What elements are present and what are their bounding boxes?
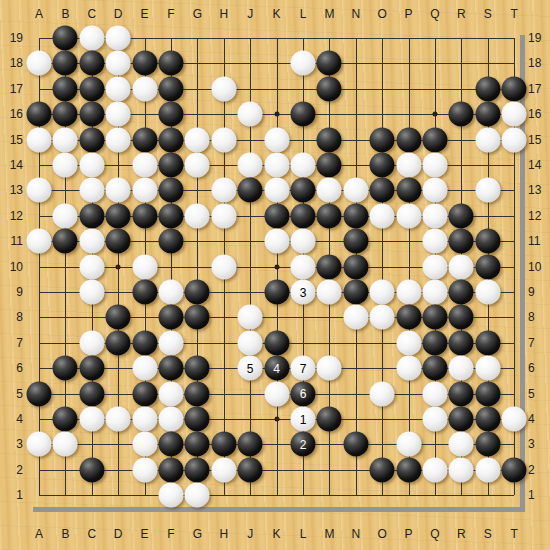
row-label-right-15: 15 <box>528 133 550 147</box>
col-label-top-F: F <box>159 7 183 21</box>
white-stone-O9[interactable] <box>370 280 395 305</box>
white-stone-C11[interactable] <box>79 229 104 254</box>
black-stone-G8[interactable] <box>185 305 210 330</box>
black-stone-L3[interactable]: 2 <box>291 432 316 457</box>
black-stone-B19[interactable] <box>53 26 78 51</box>
go-app-screen: 3547612 AABBCCDDEEFFGGHHJJKKLLMMNNOOPPQQ… <box>0 0 550 550</box>
white-stone-H10[interactable] <box>211 254 236 279</box>
col-label-bottom-H: H <box>212 527 236 541</box>
white-stone-T16[interactable] <box>502 102 527 127</box>
row-label-left-13: 13 <box>0 183 23 197</box>
black-stone-F13[interactable] <box>159 178 184 203</box>
black-stone-M14[interactable] <box>317 153 342 178</box>
white-stone-E17[interactable] <box>132 76 157 101</box>
black-stone-R9[interactable] <box>449 280 474 305</box>
white-stone-R6[interactable] <box>449 356 474 381</box>
white-stone-F9[interactable] <box>159 280 184 305</box>
white-stone-Q13[interactable] <box>423 178 448 203</box>
black-stone-F18[interactable] <box>159 51 184 76</box>
black-stone-G6[interactable] <box>185 356 210 381</box>
black-stone-N9[interactable] <box>343 280 368 305</box>
black-stone-C12[interactable] <box>79 203 104 228</box>
row-label-right-17: 17 <box>528 82 550 96</box>
col-label-bottom-E: E <box>133 527 157 541</box>
black-stone-N11[interactable] <box>343 229 368 254</box>
white-stone-H13[interactable] <box>211 178 236 203</box>
white-stone-B12[interactable] <box>53 203 78 228</box>
black-stone-B4[interactable] <box>53 407 78 432</box>
black-stone-T17[interactable] <box>502 76 527 101</box>
grid-line-vertical <box>409 38 410 495</box>
grid-line-vertical <box>382 38 383 495</box>
star-point-Q16 <box>433 112 438 117</box>
col-label-bottom-R: R <box>449 527 473 541</box>
white-stone-S9[interactable] <box>475 280 500 305</box>
black-stone-C5[interactable] <box>79 381 104 406</box>
black-stone-O2[interactable] <box>370 457 395 482</box>
black-stone-D7[interactable] <box>106 330 131 355</box>
black-stone-M15[interactable] <box>317 127 342 152</box>
row-label-left-16: 16 <box>0 107 23 121</box>
star-point-K4 <box>274 417 279 422</box>
row-label-right-7: 7 <box>528 336 550 350</box>
black-stone-L16[interactable] <box>291 102 316 127</box>
col-label-bottom-D: D <box>106 527 130 541</box>
black-stone-F8[interactable] <box>159 305 184 330</box>
black-stone-P15[interactable] <box>396 127 421 152</box>
black-stone-A16[interactable] <box>27 102 52 127</box>
black-stone-E18[interactable] <box>132 51 157 76</box>
black-stone-B16[interactable] <box>53 102 78 127</box>
black-stone-R5[interactable] <box>449 381 474 406</box>
black-stone-M12[interactable] <box>317 203 342 228</box>
row-label-left-14: 14 <box>0 158 23 172</box>
white-stone-S6[interactable] <box>475 356 500 381</box>
white-stone-J14[interactable] <box>238 153 263 178</box>
col-label-bottom-L: L <box>291 527 315 541</box>
col-label-bottom-M: M <box>317 527 341 541</box>
white-stone-L14[interactable] <box>291 153 316 178</box>
black-stone-S16[interactable] <box>475 102 500 127</box>
black-stone-F12[interactable] <box>159 203 184 228</box>
row-label-left-8: 8 <box>0 310 23 324</box>
row-label-left-9: 9 <box>0 285 23 299</box>
row-label-right-6: 6 <box>528 361 550 375</box>
white-stone-Q11[interactable] <box>423 229 448 254</box>
col-label-top-J: J <box>238 7 262 21</box>
white-stone-C10[interactable] <box>79 254 104 279</box>
col-label-bottom-O: O <box>370 527 394 541</box>
black-stone-F6[interactable] <box>159 356 184 381</box>
black-stone-O14[interactable] <box>370 153 395 178</box>
white-stone-O5[interactable] <box>370 381 395 406</box>
white-stone-T4[interactable] <box>502 407 527 432</box>
white-stone-O12[interactable] <box>370 203 395 228</box>
white-stone-R10[interactable] <box>449 254 474 279</box>
row-label-left-2: 2 <box>0 463 23 477</box>
move-number-label: 4 <box>273 362 280 374</box>
black-stone-G3[interactable] <box>185 432 210 457</box>
row-label-right-3: 3 <box>528 437 550 451</box>
col-label-top-Q: Q <box>423 7 447 21</box>
black-stone-D8[interactable] <box>106 305 131 330</box>
white-stone-D18[interactable] <box>106 51 131 76</box>
white-stone-T15[interactable] <box>502 127 527 152</box>
col-label-top-P: P <box>397 7 421 21</box>
black-stone-F14[interactable] <box>159 153 184 178</box>
white-stone-D13[interactable] <box>106 178 131 203</box>
white-stone-M6[interactable] <box>317 356 342 381</box>
white-stone-A18[interactable] <box>27 51 52 76</box>
white-stone-J7[interactable] <box>238 330 263 355</box>
move-number-label: 5 <box>247 362 254 374</box>
row-label-right-4: 4 <box>528 412 550 426</box>
white-stone-Q14[interactable] <box>423 153 448 178</box>
white-stone-S15[interactable] <box>475 127 500 152</box>
row-label-right-9: 9 <box>528 285 550 299</box>
black-stone-J13[interactable] <box>238 178 263 203</box>
black-stone-K6[interactable]: 4 <box>264 356 289 381</box>
black-stone-O13[interactable] <box>370 178 395 203</box>
black-stone-B18[interactable] <box>53 51 78 76</box>
white-stone-Q12[interactable] <box>423 203 448 228</box>
white-stone-D4[interactable] <box>106 407 131 432</box>
black-stone-C15[interactable] <box>79 127 104 152</box>
white-stone-E3[interactable] <box>132 432 157 457</box>
black-stone-R8[interactable] <box>449 305 474 330</box>
white-stone-K15[interactable] <box>264 127 289 152</box>
row-label-right-19: 19 <box>528 31 550 45</box>
black-stone-B17[interactable] <box>53 76 78 101</box>
white-stone-H15[interactable] <box>211 127 236 152</box>
row-label-left-7: 7 <box>0 336 23 350</box>
white-stone-O8[interactable] <box>370 305 395 330</box>
white-stone-K5[interactable] <box>264 381 289 406</box>
white-stone-E2[interactable] <box>132 457 157 482</box>
white-stone-G15[interactable] <box>185 127 210 152</box>
black-stone-C2[interactable] <box>79 457 104 482</box>
black-stone-S17[interactable] <box>475 76 500 101</box>
row-label-right-11: 11 <box>528 234 550 248</box>
white-stone-G1[interactable] <box>185 483 210 508</box>
black-stone-P13[interactable] <box>396 178 421 203</box>
row-label-left-11: 11 <box>0 234 23 248</box>
black-stone-D12[interactable] <box>106 203 131 228</box>
white-stone-M9[interactable] <box>317 280 342 305</box>
white-stone-P9[interactable] <box>396 280 421 305</box>
black-stone-J2[interactable] <box>238 457 263 482</box>
move-number-label: 1 <box>300 413 307 425</box>
black-stone-K9[interactable] <box>264 280 289 305</box>
black-stone-A5[interactable] <box>27 381 52 406</box>
grid-line-horizontal <box>39 495 514 496</box>
white-stone-P14[interactable] <box>396 153 421 178</box>
white-stone-C4[interactable] <box>79 407 104 432</box>
black-stone-E12[interactable] <box>132 203 157 228</box>
col-label-top-M: M <box>317 7 341 21</box>
col-label-top-E: E <box>133 7 157 21</box>
white-stone-P7[interactable] <box>396 330 421 355</box>
white-stone-J8[interactable] <box>238 305 263 330</box>
row-label-left-18: 18 <box>0 56 23 70</box>
white-stone-A13[interactable] <box>27 178 52 203</box>
col-label-bottom-P: P <box>397 527 421 541</box>
white-stone-N8[interactable] <box>343 305 368 330</box>
white-stone-Q5[interactable] <box>423 381 448 406</box>
white-stone-A3[interactable] <box>27 432 52 457</box>
col-label-top-O: O <box>370 7 394 21</box>
white-stone-F4[interactable] <box>159 407 184 432</box>
col-label-top-L: L <box>291 7 315 21</box>
white-stone-P6[interactable] <box>396 356 421 381</box>
black-stone-R12[interactable] <box>449 203 474 228</box>
row-label-left-12: 12 <box>0 209 23 223</box>
white-stone-B3[interactable] <box>53 432 78 457</box>
star-point-D10 <box>116 264 121 269</box>
row-label-right-18: 18 <box>528 56 550 70</box>
black-stone-F2[interactable] <box>159 457 184 482</box>
black-stone-C17[interactable] <box>79 76 104 101</box>
col-label-top-N: N <box>344 7 368 21</box>
black-stone-E15[interactable] <box>132 127 157 152</box>
col-label-bottom-Q: Q <box>423 527 447 541</box>
black-stone-K7[interactable] <box>264 330 289 355</box>
white-stone-H17[interactable] <box>211 76 236 101</box>
col-label-bottom-J: J <box>238 527 262 541</box>
row-label-left-10: 10 <box>0 260 23 274</box>
black-stone-T2[interactable] <box>502 457 527 482</box>
white-stone-E6[interactable] <box>132 356 157 381</box>
white-stone-C7[interactable] <box>79 330 104 355</box>
black-stone-M10[interactable] <box>317 254 342 279</box>
white-stone-D16[interactable] <box>106 102 131 127</box>
black-stone-G4[interactable] <box>185 407 210 432</box>
black-stone-L5[interactable]: 6 <box>291 381 316 406</box>
black-stone-Q6[interactable] <box>423 356 448 381</box>
black-stone-R7[interactable] <box>449 330 474 355</box>
white-stone-E10[interactable] <box>132 254 157 279</box>
black-stone-S10[interactable] <box>475 254 500 279</box>
white-stone-Q4[interactable] <box>423 407 448 432</box>
white-stone-P12[interactable] <box>396 203 421 228</box>
col-label-top-D: D <box>106 7 130 21</box>
black-stone-F11[interactable] <box>159 229 184 254</box>
white-stone-L18[interactable] <box>291 51 316 76</box>
black-stone-H3[interactable] <box>211 432 236 457</box>
col-label-bottom-S: S <box>476 527 500 541</box>
col-label-bottom-B: B <box>53 527 77 541</box>
col-label-top-T: T <box>502 7 526 21</box>
row-label-right-14: 14 <box>528 158 550 172</box>
row-label-right-12: 12 <box>528 209 550 223</box>
white-stone-L9[interactable]: 3 <box>291 280 316 305</box>
white-stone-N13[interactable] <box>343 178 368 203</box>
white-stone-K14[interactable] <box>264 153 289 178</box>
move-number-label: 3 <box>300 286 307 298</box>
black-stone-N10[interactable] <box>343 254 368 279</box>
white-stone-A15[interactable] <box>27 127 52 152</box>
col-label-top-S: S <box>476 7 500 21</box>
white-stone-F5[interactable] <box>159 381 184 406</box>
black-stone-P8[interactable] <box>396 305 421 330</box>
black-stone-M4[interactable] <box>317 407 342 432</box>
row-label-left-6: 6 <box>0 361 23 375</box>
black-stone-D11[interactable] <box>106 229 131 254</box>
row-label-left-19: 19 <box>0 31 23 45</box>
row-label-left-1: 1 <box>0 488 23 502</box>
row-label-left-15: 15 <box>0 133 23 147</box>
white-stone-C13[interactable] <box>79 178 104 203</box>
black-stone-M17[interactable] <box>317 76 342 101</box>
black-stone-S3[interactable] <box>475 432 500 457</box>
white-stone-G14[interactable] <box>185 153 210 178</box>
col-label-bottom-A: A <box>27 527 51 541</box>
col-label-bottom-T: T <box>502 527 526 541</box>
black-stone-S11[interactable] <box>475 229 500 254</box>
white-stone-M13[interactable] <box>317 178 342 203</box>
black-stone-S4[interactable] <box>475 407 500 432</box>
black-stone-N12[interactable] <box>343 203 368 228</box>
black-stone-L12[interactable] <box>291 203 316 228</box>
move-number-label: 6 <box>300 388 307 400</box>
white-stone-S13[interactable] <box>475 178 500 203</box>
white-stone-D19[interactable] <box>106 26 131 51</box>
black-stone-E5[interactable] <box>132 381 157 406</box>
black-stone-G5[interactable] <box>185 381 210 406</box>
col-label-bottom-K: K <box>265 527 289 541</box>
black-stone-F15[interactable] <box>159 127 184 152</box>
star-point-K10 <box>274 264 279 269</box>
white-stone-Q9[interactable] <box>423 280 448 305</box>
black-stone-F16[interactable] <box>159 102 184 127</box>
white-stone-D17[interactable] <box>106 76 131 101</box>
black-stone-O15[interactable] <box>370 127 395 152</box>
black-stone-G2[interactable] <box>185 457 210 482</box>
black-stone-F3[interactable] <box>159 432 184 457</box>
row-label-right-10: 10 <box>528 260 550 274</box>
row-label-right-16: 16 <box>528 107 550 121</box>
black-stone-R4[interactable] <box>449 407 474 432</box>
white-stone-E13[interactable] <box>132 178 157 203</box>
star-point-K16 <box>274 112 279 117</box>
black-stone-C18[interactable] <box>79 51 104 76</box>
col-label-bottom-C: C <box>80 527 104 541</box>
black-stone-P2[interactable] <box>396 457 421 482</box>
black-stone-J3[interactable] <box>238 432 263 457</box>
black-stone-F17[interactable] <box>159 76 184 101</box>
white-stone-H12[interactable] <box>211 203 236 228</box>
col-label-bottom-N: N <box>344 527 368 541</box>
black-stone-L13[interactable] <box>291 178 316 203</box>
black-stone-Q8[interactable] <box>423 305 448 330</box>
white-stone-L10[interactable] <box>291 254 316 279</box>
black-stone-E9[interactable] <box>132 280 157 305</box>
row-label-right-8: 8 <box>528 310 550 324</box>
row-label-right-5: 5 <box>528 387 550 401</box>
white-stone-J6[interactable]: 5 <box>238 356 263 381</box>
col-label-top-K: K <box>265 7 289 21</box>
black-stone-Q7[interactable] <box>423 330 448 355</box>
white-stone-F7[interactable] <box>159 330 184 355</box>
row-label-right-2: 2 <box>528 463 550 477</box>
white-stone-L11[interactable] <box>291 229 316 254</box>
row-label-left-17: 17 <box>0 82 23 96</box>
white-stone-R2[interactable] <box>449 457 474 482</box>
grid-line-horizontal <box>39 444 514 445</box>
col-label-top-C: C <box>80 7 104 21</box>
white-stone-K13[interactable] <box>264 178 289 203</box>
white-stone-J16[interactable] <box>238 102 263 127</box>
col-label-top-B: B <box>53 7 77 21</box>
row-label-right-1: 1 <box>528 488 550 502</box>
black-stone-R11[interactable] <box>449 229 474 254</box>
white-stone-L4[interactable]: 1 <box>291 407 316 432</box>
black-stone-B11[interactable] <box>53 229 78 254</box>
black-stone-Q15[interactable] <box>423 127 448 152</box>
black-stone-R16[interactable] <box>449 102 474 127</box>
black-stone-B6[interactable] <box>53 356 78 381</box>
white-stone-C14[interactable] <box>79 153 104 178</box>
black-stone-S7[interactable] <box>475 330 500 355</box>
white-stone-C9[interactable] <box>79 280 104 305</box>
row-label-left-3: 3 <box>0 437 23 451</box>
white-stone-B14[interactable] <box>53 153 78 178</box>
white-stone-R3[interactable] <box>449 432 474 457</box>
black-stone-K12[interactable] <box>264 203 289 228</box>
col-label-top-G: G <box>185 7 209 21</box>
move-number-label: 7 <box>300 362 307 374</box>
move-number-label: 2 <box>300 438 307 450</box>
white-stone-B15[interactable] <box>53 127 78 152</box>
white-stone-K11[interactable] <box>264 229 289 254</box>
white-stone-C19[interactable] <box>79 26 104 51</box>
white-stone-G12[interactable] <box>185 203 210 228</box>
black-stone-E7[interactable] <box>132 330 157 355</box>
col-label-bottom-G: G <box>185 527 209 541</box>
white-stone-E14[interactable] <box>132 153 157 178</box>
col-label-top-H: H <box>212 7 236 21</box>
black-stone-M18[interactable] <box>317 51 342 76</box>
white-stone-S2[interactable] <box>475 457 500 482</box>
black-stone-G9[interactable] <box>185 280 210 305</box>
white-stone-Q2[interactable] <box>423 457 448 482</box>
white-stone-H2[interactable] <box>211 457 236 482</box>
row-label-left-4: 4 <box>0 412 23 426</box>
white-stone-F1[interactable] <box>159 483 184 508</box>
white-stone-Q10[interactable] <box>423 254 448 279</box>
black-stone-C6[interactable] <box>79 356 104 381</box>
white-stone-L6[interactable]: 7 <box>291 356 316 381</box>
col-label-top-R: R <box>449 7 473 21</box>
col-label-top-A: A <box>27 7 51 21</box>
black-stone-N3[interactable] <box>343 432 368 457</box>
white-stone-E4[interactable] <box>132 407 157 432</box>
white-stone-A11[interactable] <box>27 229 52 254</box>
white-stone-P3[interactable] <box>396 432 421 457</box>
black-stone-S5[interactable] <box>475 381 500 406</box>
black-stone-C16[interactable] <box>79 102 104 127</box>
white-stone-D15[interactable] <box>106 127 131 152</box>
row-label-right-13: 13 <box>528 183 550 197</box>
row-label-left-5: 5 <box>0 387 23 401</box>
col-label-bottom-F: F <box>159 527 183 541</box>
